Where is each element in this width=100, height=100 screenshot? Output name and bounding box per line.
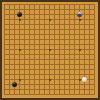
grid-line-horizontal bbox=[4, 54, 95, 55]
stone-blue-q17: ● bbox=[77, 12, 82, 17]
star-point bbox=[79, 79, 81, 81]
grid-line-horizontal bbox=[4, 64, 95, 65]
grid-line-vertical bbox=[74, 4, 75, 95]
star-point bbox=[19, 49, 21, 51]
grid-line-vertical bbox=[64, 4, 65, 95]
star-point bbox=[19, 79, 21, 81]
grid-line-vertical bbox=[59, 4, 60, 95]
stone-black-d17: ● bbox=[17, 12, 22, 17]
stone-white-r4: ○ bbox=[82, 77, 87, 82]
grid-line-horizontal bbox=[4, 69, 95, 70]
grid-line-horizontal bbox=[4, 89, 95, 90]
grid-line-vertical bbox=[94, 4, 95, 95]
grid-line-horizontal bbox=[4, 59, 95, 60]
star-point bbox=[19, 19, 21, 21]
star-point bbox=[79, 49, 81, 51]
go-board[interactable]: ●●●○ bbox=[0, 0, 100, 100]
star-point bbox=[49, 19, 51, 21]
grid-line-vertical bbox=[69, 4, 70, 95]
grid-line-horizontal bbox=[4, 94, 95, 95]
star-point bbox=[49, 49, 51, 51]
grid-line-horizontal bbox=[4, 74, 95, 75]
stone-black-c3: ● bbox=[12, 82, 17, 87]
grid-line-horizontal bbox=[4, 84, 95, 85]
grid-line-vertical bbox=[89, 4, 90, 95]
star-point bbox=[79, 19, 81, 21]
grid-line-vertical bbox=[54, 4, 55, 95]
star-point bbox=[49, 79, 51, 81]
